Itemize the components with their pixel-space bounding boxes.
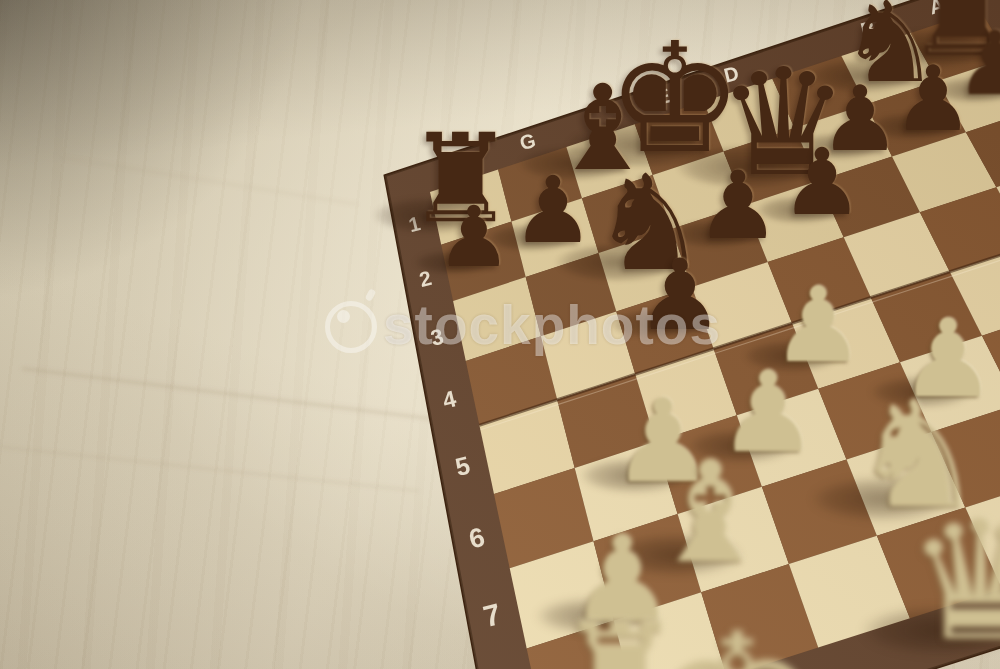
watermark-text: stockphotos bbox=[383, 293, 721, 357]
piece-light-queen-c8: ♛ bbox=[906, 499, 1000, 664]
piece-dark-pawn-h2: ♟ bbox=[436, 195, 511, 279]
piece-light-king-g8: ♚ bbox=[650, 608, 825, 669]
watermark-logo-icon bbox=[325, 301, 377, 353]
watermark: stockphotos bbox=[323, 293, 743, 355]
piece-dark-pawn-g2: ♟ bbox=[512, 165, 594, 257]
chessboard-photo: 1234567ABDEG ♜♞♟♟♟♚♝♛♟♜♟♟♟♞♟♟♟♟♟♞♝♟♛♜♚ s… bbox=[0, 0, 1000, 669]
piece-dark-pawn-b2: ♟ bbox=[893, 54, 974, 144]
watermark-logo-dot-icon bbox=[337, 310, 350, 323]
piece-dark-pawn-d3: ♟ bbox=[781, 137, 863, 229]
